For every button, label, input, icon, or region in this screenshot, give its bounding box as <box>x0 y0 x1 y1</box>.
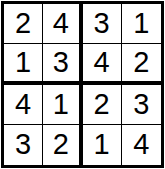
cell-r4c2[interactable]: 2 <box>43 125 82 165</box>
cell-r1c1[interactable]: 2 <box>4 4 43 44</box>
cell-r1c4[interactable]: 1 <box>122 4 161 44</box>
cell-r1c3[interactable]: 3 <box>83 4 122 44</box>
cell-r4c3[interactable]: 1 <box>83 125 122 165</box>
cell-r2c1[interactable]: 1 <box>4 44 43 84</box>
cell-r3c3[interactable]: 2 <box>83 85 122 125</box>
cell-r4c1[interactable]: 3 <box>4 125 43 165</box>
cell-r1c2[interactable]: 4 <box>43 4 82 44</box>
sudoku-board: 2 4 3 1 1 3 4 2 4 1 2 3 3 2 1 4 <box>1 1 164 168</box>
cell-r2c2[interactable]: 3 <box>43 44 82 84</box>
cell-r3c2[interactable]: 1 <box>43 85 82 125</box>
cell-r2c3[interactable]: 4 <box>83 44 122 84</box>
cell-r2c4[interactable]: 2 <box>122 44 161 84</box>
cell-r3c1[interactable]: 4 <box>4 85 43 125</box>
cell-r4c4[interactable]: 4 <box>122 125 161 165</box>
cell-r3c4[interactable]: 3 <box>122 85 161 125</box>
